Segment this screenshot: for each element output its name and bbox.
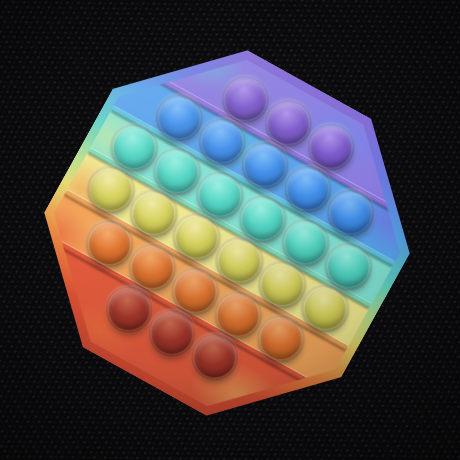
photo-popit-on-fabric: { "scene": { "description": "Overhead ph…	[0, 0, 460, 460]
